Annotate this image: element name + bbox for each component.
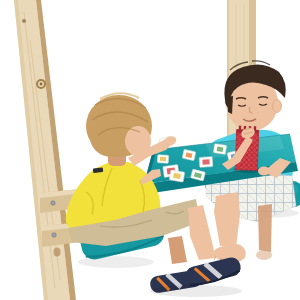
picture-card xyxy=(169,170,185,182)
product-photo xyxy=(0,0,300,300)
wood-knot-low xyxy=(54,248,61,257)
photo-scene xyxy=(0,0,300,300)
picture-card xyxy=(213,144,226,155)
right-boy-ear xyxy=(273,100,282,113)
bolt xyxy=(51,201,55,205)
right-boy-hand-on-table xyxy=(258,167,270,176)
bolt xyxy=(52,233,56,237)
picture-card xyxy=(199,157,213,168)
floor-shadow xyxy=(150,285,242,297)
wood-screw-dot xyxy=(22,19,26,23)
wood-knot-center xyxy=(40,83,43,86)
right-boy-far-foot xyxy=(256,250,272,260)
picture-card xyxy=(157,155,169,164)
right-boy-far-leg xyxy=(258,204,272,252)
seat-shadow xyxy=(78,256,154,268)
